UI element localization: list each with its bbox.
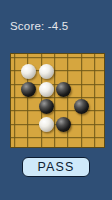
score-label: Score: -4.5 <box>10 20 68 32</box>
stone-black <box>21 82 36 97</box>
stone-white <box>21 64 36 79</box>
stone-black <box>56 82 71 97</box>
stone-white <box>39 82 54 97</box>
pass-button[interactable]: PASS <box>22 157 90 177</box>
app-screen: Score: -4.5 PASS <box>0 0 112 200</box>
stone-black <box>39 99 54 114</box>
stone-white <box>39 117 54 132</box>
go-board[interactable] <box>10 53 105 148</box>
stone-white <box>39 64 54 79</box>
